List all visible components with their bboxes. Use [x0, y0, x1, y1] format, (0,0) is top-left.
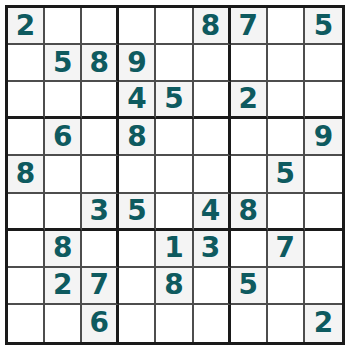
cell-r4c2: 6 — [45, 119, 82, 156]
cell-r6c1[interactable] — [8, 194, 45, 231]
cell-r7c8: 7 — [268, 231, 305, 268]
cell-r5c6[interactable] — [194, 156, 231, 193]
cell-r5c4[interactable] — [119, 156, 156, 193]
cell-r2c4: 9 — [119, 45, 156, 82]
cell-r8c8[interactable] — [268, 268, 305, 305]
cell-r7c2: 8 — [45, 231, 82, 268]
cell-r3c3[interactable] — [82, 82, 119, 119]
cell-r1c4[interactable] — [119, 8, 156, 45]
cell-r2c5[interactable] — [156, 45, 193, 82]
cell-r3c1[interactable] — [8, 82, 45, 119]
cell-r2c8[interactable] — [268, 45, 305, 82]
cell-r2c9[interactable] — [305, 45, 342, 82]
cell-r6c7: 8 — [231, 194, 268, 231]
cell-r2c1[interactable] — [8, 45, 45, 82]
cell-r9c2[interactable] — [45, 305, 82, 342]
cell-r9c6[interactable] — [194, 305, 231, 342]
cell-r2c6[interactable] — [194, 45, 231, 82]
cell-r1c7: 7 — [231, 8, 268, 45]
cell-r8c7: 5 — [231, 268, 268, 305]
cell-r6c8[interactable] — [268, 194, 305, 231]
cell-r8c5: 8 — [156, 268, 193, 305]
cell-r1c5[interactable] — [156, 8, 193, 45]
cell-r7c7[interactable] — [231, 231, 268, 268]
cell-r3c8[interactable] — [268, 82, 305, 119]
cell-r7c5: 1 — [156, 231, 193, 268]
cell-r4c4: 8 — [119, 119, 156, 156]
cell-r6c9[interactable] — [305, 194, 342, 231]
cell-r7c9[interactable] — [305, 231, 342, 268]
cell-r9c4[interactable] — [119, 305, 156, 342]
cell-r8c9[interactable] — [305, 268, 342, 305]
cell-r3c4: 4 — [119, 82, 156, 119]
cell-r1c9: 5 — [305, 8, 342, 45]
cell-r8c2: 2 — [45, 268, 82, 305]
cell-r1c3[interactable] — [82, 8, 119, 45]
cell-r3c6[interactable] — [194, 82, 231, 119]
cell-r2c7[interactable] — [231, 45, 268, 82]
cell-r6c5[interactable] — [156, 194, 193, 231]
cell-r4c9: 9 — [305, 119, 342, 156]
cell-r8c4[interactable] — [119, 268, 156, 305]
cell-r6c4: 5 — [119, 194, 156, 231]
cell-r3c7: 2 — [231, 82, 268, 119]
cell-r5c9[interactable] — [305, 156, 342, 193]
cell-r2c3: 8 — [82, 45, 119, 82]
cell-r7c1[interactable] — [8, 231, 45, 268]
cell-r6c3: 3 — [82, 194, 119, 231]
cell-r2c2: 5 — [45, 45, 82, 82]
cell-r4c8[interactable] — [268, 119, 305, 156]
cell-r9c8[interactable] — [268, 305, 305, 342]
cell-r1c8[interactable] — [268, 8, 305, 45]
cell-r4c3[interactable] — [82, 119, 119, 156]
cell-r9c7[interactable] — [231, 305, 268, 342]
cell-r1c1: 2 — [8, 8, 45, 45]
cell-r7c3[interactable] — [82, 231, 119, 268]
cell-r6c6: 4 — [194, 194, 231, 231]
cell-r8c1[interactable] — [8, 268, 45, 305]
cell-r8c3: 7 — [82, 268, 119, 305]
cell-r4c6[interactable] — [194, 119, 231, 156]
cell-r5c2[interactable] — [45, 156, 82, 193]
cell-r1c2[interactable] — [45, 8, 82, 45]
cell-r5c3[interactable] — [82, 156, 119, 193]
cell-r9c9: 2 — [305, 305, 342, 342]
cell-r9c3: 6 — [82, 305, 119, 342]
cell-r4c1[interactable] — [8, 119, 45, 156]
cell-r4c5[interactable] — [156, 119, 193, 156]
cell-r3c5: 5 — [156, 82, 193, 119]
cell-r9c1[interactable] — [8, 305, 45, 342]
cell-r4c7[interactable] — [231, 119, 268, 156]
cell-r5c1: 8 — [8, 156, 45, 193]
cell-r3c2[interactable] — [45, 82, 82, 119]
cell-r5c8: 5 — [268, 156, 305, 193]
sudoku-board: 28755894526898535488137278562 — [5, 5, 345, 345]
cell-r3c9[interactable] — [305, 82, 342, 119]
cell-r8c6[interactable] — [194, 268, 231, 305]
cell-r6c2[interactable] — [45, 194, 82, 231]
cell-r9c5[interactable] — [156, 305, 193, 342]
cell-r7c4[interactable] — [119, 231, 156, 268]
cell-r1c6: 8 — [194, 8, 231, 45]
cell-r5c7[interactable] — [231, 156, 268, 193]
cell-r7c6: 3 — [194, 231, 231, 268]
cell-r5c5[interactable] — [156, 156, 193, 193]
